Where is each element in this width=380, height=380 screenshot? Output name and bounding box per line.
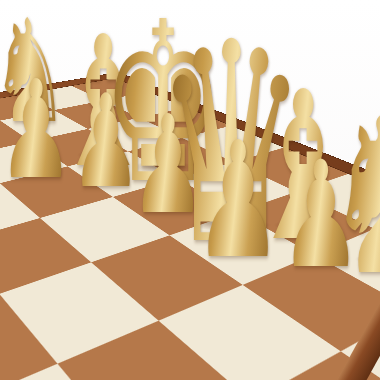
piece-knight-right: ♞ [324,91,380,305]
photo-scene: ♞♟♝♟♚♟♛♟♝♟♞ [0,0,380,380]
piece-pawn-d: ♟ [193,121,282,281]
piece-pawn-a: ♟ [0,63,74,199]
